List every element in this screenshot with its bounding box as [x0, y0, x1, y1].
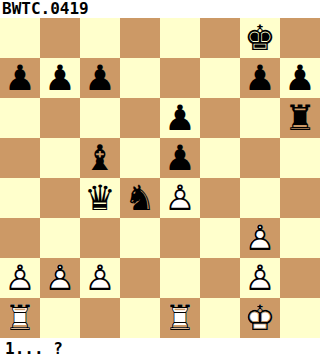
- square-a2[interactable]: ♟♙: [0, 258, 40, 298]
- square-b3[interactable]: [40, 218, 80, 258]
- piece-bP-icon: ♟: [40, 58, 80, 98]
- square-e3[interactable]: [160, 218, 200, 258]
- square-a6[interactable]: [0, 98, 40, 138]
- piece-bB-icon: ♝: [80, 138, 120, 178]
- piece-bR-icon: ♜: [280, 98, 320, 138]
- square-f8[interactable]: [200, 18, 240, 58]
- piece-bP-icon: ♟: [0, 58, 40, 98]
- square-d6[interactable]: [120, 98, 160, 138]
- piece-wP-icon: ♙: [240, 218, 280, 258]
- square-b6[interactable]: [40, 98, 80, 138]
- square-g6[interactable]: [240, 98, 280, 138]
- square-e6[interactable]: ♟: [160, 98, 200, 138]
- square-c1[interactable]: [80, 298, 120, 338]
- square-d7[interactable]: [120, 58, 160, 98]
- square-c5[interactable]: ♝: [80, 138, 120, 178]
- piece-wR-icon: ♖: [0, 298, 40, 338]
- square-a4[interactable]: [0, 178, 40, 218]
- square-d2[interactable]: [120, 258, 160, 298]
- square-a7[interactable]: ♟: [0, 58, 40, 98]
- square-b5[interactable]: [40, 138, 80, 178]
- square-f1[interactable]: [200, 298, 240, 338]
- square-d8[interactable]: [120, 18, 160, 58]
- square-b7[interactable]: ♟: [40, 58, 80, 98]
- puzzle-id-label: BWTC.0419: [0, 0, 320, 18]
- square-d3[interactable]: [120, 218, 160, 258]
- square-h6[interactable]: ♜: [280, 98, 320, 138]
- piece-wR-fill: ♜: [160, 298, 200, 338]
- square-g1[interactable]: ♚♔: [240, 298, 280, 338]
- square-f7[interactable]: [200, 58, 240, 98]
- piece-wP-fill: ♟: [80, 258, 120, 298]
- square-a1[interactable]: ♜♖: [0, 298, 40, 338]
- square-f6[interactable]: [200, 98, 240, 138]
- square-b4[interactable]: [40, 178, 80, 218]
- square-e1[interactable]: ♜♖: [160, 298, 200, 338]
- move-prompt-label: 1... ?: [0, 338, 320, 360]
- square-h4[interactable]: [280, 178, 320, 218]
- piece-wP-icon: ♙: [40, 258, 80, 298]
- piece-bP-icon: ♟: [240, 58, 280, 98]
- square-c4[interactable]: ♛: [80, 178, 120, 218]
- square-h5[interactable]: [280, 138, 320, 178]
- square-f4[interactable]: [200, 178, 240, 218]
- square-c6[interactable]: [80, 98, 120, 138]
- piece-bQ-icon: ♛: [80, 178, 120, 218]
- square-e5[interactable]: ♟: [160, 138, 200, 178]
- square-f3[interactable]: [200, 218, 240, 258]
- square-d5[interactable]: [120, 138, 160, 178]
- piece-wP-fill: ♟: [0, 258, 40, 298]
- piece-wP-icon: ♙: [240, 258, 280, 298]
- square-g8[interactable]: ♚: [240, 18, 280, 58]
- chess-puzzle-page: BWTC.0419 ♚♟♟♟♟♟♟♜♝♟♛♞♟♙♟♙♟♙♟♙♟♙♟♙♜♖♜♖♚♔…: [0, 0, 320, 360]
- square-c2[interactable]: ♟♙: [80, 258, 120, 298]
- square-h8[interactable]: [280, 18, 320, 58]
- piece-wP-fill: ♟: [240, 218, 280, 258]
- square-h2[interactable]: [280, 258, 320, 298]
- chess-board: ♚♟♟♟♟♟♟♜♝♟♛♞♟♙♟♙♟♙♟♙♟♙♟♙♜♖♜♖♚♔: [0, 18, 320, 338]
- piece-wR-fill: ♜: [0, 298, 40, 338]
- square-e2[interactable]: [160, 258, 200, 298]
- square-e8[interactable]: [160, 18, 200, 58]
- square-c3[interactable]: [80, 218, 120, 258]
- piece-wP-icon: ♙: [80, 258, 120, 298]
- square-a3[interactable]: [0, 218, 40, 258]
- piece-bK-icon: ♚: [240, 18, 280, 58]
- piece-wP-fill: ♟: [40, 258, 80, 298]
- piece-wP-icon: ♙: [160, 178, 200, 218]
- piece-bP-icon: ♟: [280, 58, 320, 98]
- square-e4[interactable]: ♟♙: [160, 178, 200, 218]
- square-g2[interactable]: ♟♙: [240, 258, 280, 298]
- square-d1[interactable]: [120, 298, 160, 338]
- square-f5[interactable]: [200, 138, 240, 178]
- square-h3[interactable]: [280, 218, 320, 258]
- square-c8[interactable]: [80, 18, 120, 58]
- square-c7[interactable]: ♟: [80, 58, 120, 98]
- square-g3[interactable]: ♟♙: [240, 218, 280, 258]
- square-h1[interactable]: [280, 298, 320, 338]
- piece-wK-icon: ♔: [240, 298, 280, 338]
- piece-bP-icon: ♟: [80, 58, 120, 98]
- piece-bN-icon: ♞: [120, 178, 160, 218]
- piece-wP-fill: ♟: [240, 258, 280, 298]
- square-b1[interactable]: [40, 298, 80, 338]
- square-f2[interactable]: [200, 258, 240, 298]
- square-a5[interactable]: [0, 138, 40, 178]
- square-h7[interactable]: ♟: [280, 58, 320, 98]
- piece-bP-icon: ♟: [160, 138, 200, 178]
- piece-wP-fill: ♟: [160, 178, 200, 218]
- square-g4[interactable]: [240, 178, 280, 218]
- square-g7[interactable]: ♟: [240, 58, 280, 98]
- piece-wR-icon: ♖: [160, 298, 200, 338]
- piece-bP-icon: ♟: [160, 98, 200, 138]
- square-g5[interactable]: [240, 138, 280, 178]
- piece-wK-fill: ♚: [240, 298, 280, 338]
- square-b8[interactable]: [40, 18, 80, 58]
- square-a8[interactable]: [0, 18, 40, 58]
- square-e7[interactable]: [160, 58, 200, 98]
- square-b2[interactable]: ♟♙: [40, 258, 80, 298]
- square-d4[interactable]: ♞: [120, 178, 160, 218]
- piece-wP-icon: ♙: [0, 258, 40, 298]
